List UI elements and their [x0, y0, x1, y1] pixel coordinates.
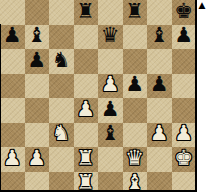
square-g3[interactable]: ♟: [147, 123, 172, 148]
square-c4[interactable]: [49, 98, 74, 123]
square-g7[interactable]: ♝: [147, 25, 172, 50]
square-e3[interactable]: ♝: [98, 123, 123, 148]
black-pawn-f5[interactable]: ♟: [125, 74, 144, 95]
black-king-h8[interactable]: ♚: [174, 1, 193, 22]
square-h4[interactable]: [172, 98, 196, 123]
square-f3[interactable]: [123, 123, 148, 148]
square-a5[interactable]: [0, 74, 25, 99]
square-f4[interactable]: [123, 98, 148, 123]
square-c3[interactable]: ♞: [49, 123, 74, 148]
white-pawn-h3[interactable]: ♟: [174, 123, 193, 144]
square-g5[interactable]: ♟: [147, 74, 172, 99]
square-b7[interactable]: ♝: [25, 25, 50, 50]
black-rook-f8[interactable]: ♜: [125, 1, 144, 22]
square-h8[interactable]: ♚: [172, 0, 196, 25]
square-e5[interactable]: ♟: [98, 74, 123, 99]
black-pawn-h7[interactable]: ♟: [174, 25, 193, 46]
white-pawn-a2[interactable]: ♟: [3, 148, 22, 169]
square-a7[interactable]: ♟: [0, 25, 25, 50]
window-left-border: [0, 24, 1, 192]
square-b3[interactable]: [25, 123, 50, 148]
square-b5[interactable]: [25, 74, 50, 99]
square-b1[interactable]: [25, 172, 50, 193]
square-d5[interactable]: [74, 74, 99, 99]
square-c8[interactable]: [49, 0, 74, 25]
square-a4[interactable]: [0, 98, 25, 123]
square-a2[interactable]: ♟: [0, 147, 25, 172]
square-a8[interactable]: [0, 0, 25, 25]
square-e1[interactable]: [98, 172, 123, 193]
square-b4[interactable]: [25, 98, 50, 123]
square-e7[interactable]: ♛: [98, 25, 123, 50]
board-clip: ♜♜♚♟♝♛♝♟♟♞♟♟♟♟♟♞♝♟♟♟♟♜♛♚♜♝: [0, 0, 195, 192]
square-d8[interactable]: ♜: [74, 0, 99, 25]
black-knight-c6[interactable]: ♞: [52, 50, 71, 71]
chess-board-window: ♜♜♚♟♝♛♝♟♟♞♟♟♟♟♟♞♝♟♟♟♟♜♛♚♜♝ ▲: [0, 0, 207, 192]
square-c6[interactable]: ♞: [49, 49, 74, 74]
square-c7[interactable]: [49, 25, 74, 50]
square-g4[interactable]: [147, 98, 172, 123]
black-rook-d8[interactable]: ♜: [76, 1, 95, 22]
square-b2[interactable]: ♟: [25, 147, 50, 172]
square-e4[interactable]: ♟: [98, 98, 123, 123]
white-pawn-e5[interactable]: ♟: [101, 74, 120, 95]
white-rook-d2[interactable]: ♜: [76, 148, 95, 169]
square-d7[interactable]: [74, 25, 99, 50]
white-pawn-d4[interactable]: ♟: [76, 99, 95, 120]
black-pawn-e4[interactable]: ♟: [101, 99, 120, 120]
square-h1[interactable]: [172, 172, 196, 193]
square-b8[interactable]: [25, 0, 50, 25]
square-e2[interactable]: [98, 147, 123, 172]
window-bottom-border: [0, 190, 195, 192]
black-pawn-b6[interactable]: ♟: [27, 50, 46, 71]
square-a3[interactable]: [0, 123, 25, 148]
square-a1[interactable]: [0, 172, 25, 193]
square-f6[interactable]: [123, 49, 148, 74]
square-g2[interactable]: [147, 147, 172, 172]
chess-board[interactable]: ♜♜♚♟♝♛♝♟♟♞♟♟♟♟♟♞♝♟♟♟♟♜♛♚♜♝: [0, 0, 195, 192]
square-d3[interactable]: [74, 123, 99, 148]
square-d4[interactable]: ♟: [74, 98, 99, 123]
square-e6[interactable]: [98, 49, 123, 74]
black-bishop-e3[interactable]: ♝: [101, 123, 120, 144]
square-c1[interactable]: [49, 172, 74, 193]
square-h5[interactable]: [172, 74, 196, 99]
square-h3[interactable]: ♟: [172, 123, 196, 148]
square-f2[interactable]: ♛: [123, 147, 148, 172]
black-bishop-b7[interactable]: ♝: [27, 25, 46, 46]
square-f5[interactable]: ♟: [123, 74, 148, 99]
white-queen-f2[interactable]: ♛: [125, 148, 144, 169]
black-pawn-g5[interactable]: ♟: [150, 74, 169, 95]
square-e8[interactable]: [98, 0, 123, 25]
square-c2[interactable]: [49, 147, 74, 172]
square-h6[interactable]: [172, 49, 196, 74]
square-c5[interactable]: [49, 74, 74, 99]
square-d2[interactable]: ♜: [74, 147, 99, 172]
black-queen-e7[interactable]: ♛: [101, 25, 120, 46]
square-a6[interactable]: [0, 49, 25, 74]
square-h7[interactable]: ♟: [172, 25, 196, 50]
square-g1[interactable]: [147, 172, 172, 193]
scrollbar[interactable]: ▲: [195, 0, 207, 192]
white-pawn-b2[interactable]: ♟: [27, 148, 46, 169]
square-h2[interactable]: ♚: [172, 147, 196, 172]
square-f7[interactable]: [123, 25, 148, 50]
square-d6[interactable]: [74, 49, 99, 74]
scroll-up-button[interactable]: ▲: [197, 0, 207, 10]
up-arrow-icon: ▲: [199, 0, 206, 10]
square-f1[interactable]: ♝: [123, 172, 148, 193]
square-f8[interactable]: ♜: [123, 0, 148, 25]
black-bishop-g7[interactable]: ♝: [150, 25, 169, 46]
square-d1[interactable]: ♜: [74, 172, 99, 193]
black-pawn-a7[interactable]: ♟: [3, 25, 22, 46]
square-g8[interactable]: [147, 0, 172, 25]
white-pawn-g3[interactable]: ♟: [150, 123, 169, 144]
square-b6[interactable]: ♟: [25, 49, 50, 74]
square-g6[interactable]: [147, 49, 172, 74]
white-king-h2[interactable]: ♚: [174, 148, 193, 169]
white-knight-c3[interactable]: ♞: [52, 123, 71, 144]
